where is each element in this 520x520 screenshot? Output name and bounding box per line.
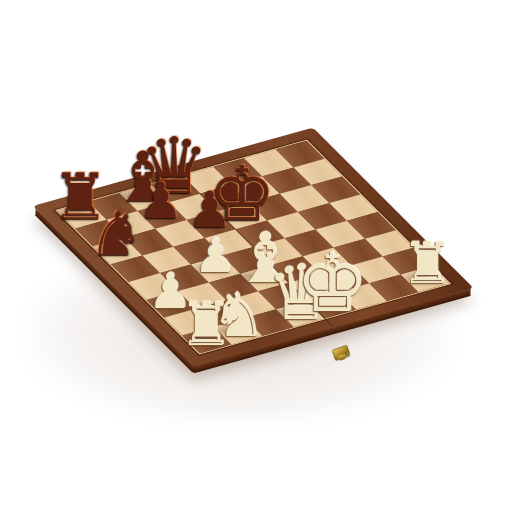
white-rook-icon: ♜ xyxy=(401,235,452,292)
black-knight-icon: ♞ xyxy=(89,203,144,264)
white-king-icon: ♚ xyxy=(296,243,369,324)
piece-white-rook-h1[interactable]: ♜ xyxy=(401,235,452,292)
chess-photo-stage: ♜♝♛♟♞♟♚♟♟♝♜♞♛♚♜ xyxy=(0,0,520,520)
piece-black-pawn-c7[interactable]: ♟ xyxy=(139,176,184,226)
white-pawn-icon: ♟ xyxy=(194,232,236,279)
piece-black-knight-a6[interactable]: ♞ xyxy=(89,203,144,264)
black-pawn-icon: ♟ xyxy=(139,176,184,226)
white-knight-icon: ♞ xyxy=(211,284,266,345)
piece-white-knight-b1[interactable]: ♞ xyxy=(211,284,266,345)
piece-white-pawn-c4[interactable]: ♟ xyxy=(194,232,236,279)
piece-white-king-e1[interactable]: ♚ xyxy=(296,243,369,324)
